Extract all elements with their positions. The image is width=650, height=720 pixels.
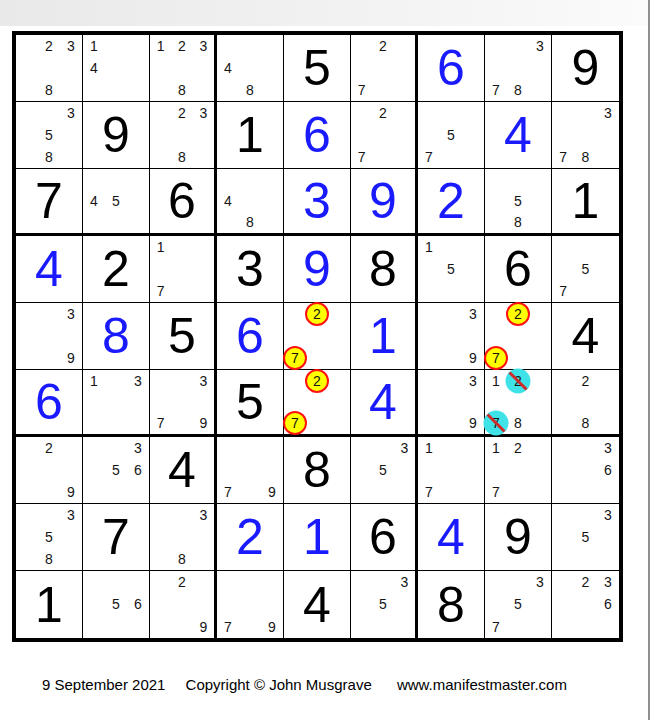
cell-r3c7[interactable]: 2	[418, 169, 485, 236]
cell-r5c7[interactable]: 39	[418, 303, 485, 370]
cell-r1c8[interactable]: 378	[485, 35, 552, 102]
candidate: 1	[418, 437, 440, 459]
cell-r9c4[interactable]: 79	[217, 571, 284, 638]
cell-r6c3[interactable]: 379	[150, 370, 217, 437]
candidate: 1	[418, 236, 440, 258]
candidate: 8	[574, 413, 596, 434]
candidate: 5	[38, 124, 60, 146]
cell-r8c4[interactable]: 2	[217, 504, 284, 571]
candidate-grid: 38	[150, 504, 214, 570]
cell-r9c7[interactable]: 8	[418, 571, 485, 638]
candidate: 3	[60, 303, 82, 325]
solved-digit: 9	[303, 244, 331, 294]
candidate: 1	[485, 437, 507, 459]
given-digit: 4	[303, 580, 331, 630]
solved-digit: 2	[236, 512, 264, 562]
candidate: 2	[38, 35, 60, 57]
cell-r1c2[interactable]: 14	[83, 35, 150, 102]
candidate: 3	[193, 102, 214, 124]
cell-r3c8[interactable]: 58	[485, 169, 552, 236]
candidate: 9	[193, 413, 214, 434]
candidate: 9	[462, 347, 484, 369]
cell-r1c7[interactable]: 6	[418, 35, 485, 102]
cell-r9c2[interactable]: 56	[83, 571, 150, 638]
candidate: 5	[105, 593, 127, 615]
candidate: 4	[83, 190, 105, 211]
given-digit: 7	[35, 176, 63, 226]
cell-r7c6[interactable]: 35	[351, 437, 418, 504]
cell-r9c3[interactable]: 29	[150, 571, 217, 638]
given-digit: 9	[572, 43, 600, 93]
cell-r8c8[interactable]: 9	[485, 504, 552, 571]
highlighted-candidate: 7	[485, 347, 507, 369]
candidate: 3	[193, 35, 214, 57]
given-digit: 1	[236, 110, 264, 160]
candidate: 7	[150, 413, 171, 434]
candidate: 3	[193, 370, 214, 391]
cell-r8c1[interactable]: 358	[16, 504, 83, 571]
candidate-grid: 29	[16, 437, 82, 503]
candidate: 7	[217, 616, 239, 638]
candidate: 5	[372, 459, 393, 481]
candidate: 8	[171, 146, 192, 168]
highlighted-candidate: 2	[306, 370, 328, 391]
footer-date: 9 September 2021	[42, 676, 165, 693]
cell-r5c8[interactable]: 27	[485, 303, 552, 370]
solved-digit: 2	[437, 176, 465, 226]
candidate: 9	[462, 413, 484, 434]
solved-digit: 4	[35, 244, 63, 294]
cell-r1c3[interactable]: 1238	[150, 35, 217, 102]
candidate: 9	[261, 616, 283, 638]
candidate-grid: 35	[351, 437, 415, 503]
candidate-grid: 36	[552, 437, 619, 503]
candidate: 1	[83, 35, 105, 57]
cell-r6c7[interactable]: 39	[418, 370, 485, 437]
candidate-grid: 28	[552, 370, 619, 434]
candidate: 6	[127, 593, 149, 615]
given-digit: 2	[102, 244, 130, 294]
candidate: 5	[574, 258, 596, 280]
candidate: 3	[462, 370, 484, 391]
cell-r7c3[interactable]: 4	[150, 437, 217, 504]
cell-r9c8[interactable]: 357	[485, 571, 552, 638]
given-digit: 8	[369, 244, 397, 294]
candidate-grid: 27	[284, 370, 350, 434]
candidate: 9	[193, 616, 214, 638]
cell-r4c4[interactable]: 3	[217, 236, 284, 303]
candidate: 6	[127, 459, 149, 481]
cell-r7c9[interactable]: 36	[552, 437, 619, 504]
candidate: 7	[217, 481, 239, 503]
candidate-grid: 27	[284, 303, 350, 369]
footer: 9 September 2021 Copyright © John Musgra…	[42, 676, 567, 693]
candidate-grid: 48	[217, 169, 283, 233]
solved-digit: 8	[102, 311, 130, 361]
candidate-grid: 17	[150, 236, 214, 302]
candidate-grid: 1278	[485, 370, 551, 434]
candidate: 3	[60, 102, 82, 124]
cell-r1c6[interactable]: 27	[351, 35, 418, 102]
candidate-grid: 35	[351, 571, 415, 638]
candidate: 7	[351, 79, 372, 101]
candidate-grid: 13	[83, 370, 149, 434]
candidate: 5	[507, 190, 529, 211]
candidate: 2	[38, 437, 60, 459]
candidate-grid: 17	[418, 437, 484, 503]
cell-r8c5[interactable]: 1	[284, 504, 351, 571]
cell-r9c9[interactable]: 236	[552, 571, 619, 638]
candidate: 8	[507, 79, 529, 101]
candidate: 8	[507, 413, 529, 434]
cell-r3c4[interactable]: 48	[217, 169, 284, 236]
cell-r1c9[interactable]: 9	[552, 35, 619, 102]
candidate: 3	[529, 35, 551, 57]
cell-r1c5[interactable]: 5	[284, 35, 351, 102]
candidate: 2	[574, 571, 596, 593]
solved-digit: 6	[437, 43, 465, 93]
given-digit: 6	[369, 512, 397, 562]
candidate: 7	[150, 280, 171, 302]
candidate: 2	[574, 370, 596, 391]
candidate-grid: 35	[552, 504, 619, 570]
candidate: 6	[597, 593, 619, 615]
candidate: 3	[394, 437, 415, 459]
solved-digit: 4	[437, 512, 465, 562]
candidate: 5	[574, 526, 596, 548]
candidate-grid: 357	[485, 571, 551, 638]
cell-r4c2[interactable]: 2	[83, 236, 150, 303]
candidate: 2	[171, 35, 192, 57]
solved-digit: 6	[236, 311, 264, 361]
cell-r5c4[interactable]: 6	[217, 303, 284, 370]
cell-r2c5[interactable]: 6	[284, 102, 351, 169]
candidate: 2	[372, 35, 393, 57]
candidate: 2	[507, 437, 529, 459]
given-digit: 1	[572, 176, 600, 226]
cell-r3c1[interactable]: 7	[16, 169, 83, 236]
window-top-bar	[0, 0, 650, 26]
candidate-grid: 379	[150, 370, 214, 434]
given-digit: 6	[504, 244, 532, 294]
cell-r3c2[interactable]: 45	[83, 169, 150, 236]
solved-digit: 1	[303, 512, 331, 562]
cell-r2c3[interactable]: 238	[150, 102, 217, 169]
candidate: 6	[597, 459, 619, 481]
cell-r5c3[interactable]: 5	[150, 303, 217, 370]
candidate: 9	[60, 481, 82, 503]
cell-r7c8[interactable]: 127	[485, 437, 552, 504]
cell-r4c7[interactable]: 15	[418, 236, 485, 303]
candidate: 8	[38, 548, 60, 570]
candidate: 8	[38, 79, 60, 101]
candidate: 9	[60, 347, 82, 369]
given-digit: 5	[168, 311, 196, 361]
candidate: 7	[418, 481, 440, 503]
cell-r6c2[interactable]: 13	[83, 370, 150, 437]
candidate: 1	[83, 370, 105, 391]
candidate: 7	[485, 616, 507, 638]
solved-digit: 6	[35, 377, 63, 427]
cell-r7c5[interactable]: 8	[284, 437, 351, 504]
cell-r7c4[interactable]: 79	[217, 437, 284, 504]
candidate: 2	[171, 102, 192, 124]
given-digit: 8	[437, 580, 465, 630]
cell-r8c6[interactable]: 6	[351, 504, 418, 571]
solved-digit: 1	[369, 311, 397, 361]
candidate-grid: 238	[16, 35, 82, 101]
candidate-grid: 127	[485, 437, 551, 503]
given-digit: 5	[303, 43, 331, 93]
solved-digit: 3	[303, 176, 331, 226]
cell-r6c4[interactable]: 5	[217, 370, 284, 437]
highlighted-candidate: 7	[284, 413, 306, 434]
candidate: 5	[372, 593, 393, 615]
cell-r4c1[interactable]: 4	[16, 236, 83, 303]
cell-r5c6[interactable]: 1	[351, 303, 418, 370]
cell-r3c5[interactable]: 3	[284, 169, 351, 236]
cell-r2c9[interactable]: 378	[552, 102, 619, 169]
highlighted-candidate: 2	[306, 303, 328, 325]
candidate-grid: 14	[83, 35, 149, 101]
given-digit: 4	[168, 445, 196, 495]
candidate: 3	[462, 303, 484, 325]
candidate: 1	[150, 35, 171, 57]
candidate: 8	[38, 146, 60, 168]
candidate: 8	[574, 146, 596, 168]
candidate: 3	[60, 35, 82, 57]
candidate-grid: 79	[217, 571, 283, 638]
cell-r9c5[interactable]: 4	[284, 571, 351, 638]
candidate: 9	[261, 481, 283, 503]
given-digit: 1	[35, 580, 63, 630]
candidate: 2	[171, 571, 192, 593]
given-digit: 5	[236, 377, 264, 427]
candidate: 7	[351, 146, 372, 168]
candidate-grid: 356	[83, 437, 149, 503]
candidate: 5	[440, 124, 462, 146]
candidate: 3	[394, 571, 415, 593]
candidate-grid: 57	[552, 236, 619, 302]
cell-r8c7[interactable]: 4	[418, 504, 485, 571]
candidate: 1	[150, 236, 171, 258]
candidate-grid: 236	[552, 571, 619, 638]
candidate: 4	[83, 57, 105, 79]
given-digit: 6	[168, 176, 196, 226]
cell-r9c1[interactable]: 1	[16, 571, 83, 638]
cell-r2c4[interactable]: 1	[217, 102, 284, 169]
eliminated-candidate: 2	[507, 370, 529, 391]
given-digit: 3	[236, 244, 264, 294]
cell-r2c8[interactable]: 4	[485, 102, 552, 169]
cell-r7c1[interactable]: 29	[16, 437, 83, 504]
candidate: 4	[217, 57, 239, 79]
candidate-grid: 39	[418, 303, 484, 369]
cell-r4c3[interactable]: 17	[150, 236, 217, 303]
candidate-grid: 15	[418, 236, 484, 302]
cell-r4c6[interactable]: 8	[351, 236, 418, 303]
candidate: 3	[60, 504, 82, 526]
candidate-grid: 58	[485, 169, 551, 233]
cell-r2c2[interactable]: 9	[83, 102, 150, 169]
given-digit: 4	[572, 311, 600, 361]
candidate: 3	[597, 571, 619, 593]
candidate: 5	[440, 258, 462, 280]
cell-r1c1[interactable]: 238	[16, 35, 83, 102]
cell-r6c6[interactable]: 4	[351, 370, 418, 437]
solved-digit: 4	[504, 110, 532, 160]
cell-r8c9[interactable]: 35	[552, 504, 619, 571]
candidate: 5	[38, 526, 60, 548]
candidate: 3	[529, 571, 551, 593]
given-digit: 7	[102, 512, 130, 562]
given-digit: 9	[504, 512, 532, 562]
solved-digit: 4	[369, 377, 397, 427]
candidate: 3	[597, 504, 619, 526]
cell-r4c5[interactable]: 9	[284, 236, 351, 303]
candidate: 7	[552, 146, 574, 168]
candidate: 4	[217, 190, 239, 211]
candidate-grid: 29	[150, 571, 214, 638]
cell-r6c1[interactable]: 6	[16, 370, 83, 437]
candidate-grid: 27	[351, 35, 415, 101]
candidate: 7	[418, 146, 440, 168]
candidate-grid: 358	[16, 504, 82, 570]
solved-digit: 6	[303, 110, 331, 160]
cell-r5c5[interactable]: 27	[284, 303, 351, 370]
candidate: 7	[552, 280, 574, 302]
candidate-grid: 27	[351, 102, 415, 168]
eliminated-candidate: 7	[485, 413, 507, 434]
candidate: 5	[105, 459, 127, 481]
candidate: 2	[372, 102, 393, 124]
candidate-grid: 45	[83, 169, 149, 233]
footer-copyright: Copyright © John Musgrave	[186, 676, 372, 693]
candidate-grid: 238	[150, 102, 214, 168]
candidate: 3	[597, 102, 619, 124]
cell-r6c8[interactable]: 1278	[485, 370, 552, 437]
candidate: 8	[171, 548, 192, 570]
candidate-grid: 48	[217, 35, 283, 101]
candidate: 3	[193, 504, 214, 526]
candidate-grid: 27	[485, 303, 551, 369]
cell-r2c6[interactable]: 27	[351, 102, 418, 169]
candidate: 8	[239, 212, 261, 233]
candidate: 5	[507, 593, 529, 615]
candidate-grid: 378	[485, 35, 551, 101]
candidate-grid: 39	[16, 303, 82, 369]
candidate: 3	[127, 370, 149, 391]
cell-r8c3[interactable]: 38	[150, 504, 217, 571]
cell-r8c2[interactable]: 7	[83, 504, 150, 571]
cell-r2c7[interactable]: 57	[418, 102, 485, 169]
candidate-grid: 1238	[150, 35, 214, 101]
cell-r5c1[interactable]: 39	[16, 303, 83, 370]
candidate: 7	[485, 481, 507, 503]
given-digit: 8	[303, 445, 331, 495]
cell-r3c9[interactable]: 1	[552, 169, 619, 236]
cell-r9c6[interactable]: 35	[351, 571, 418, 638]
candidate: 8	[507, 212, 529, 233]
candidate: 1	[485, 370, 507, 391]
given-digit: 9	[102, 110, 130, 160]
candidate: 5	[105, 190, 127, 211]
cell-r7c7[interactable]: 17	[418, 437, 485, 504]
highlighted-candidate: 7	[284, 347, 306, 369]
candidate-grid: 358	[16, 102, 82, 168]
cell-r4c9[interactable]: 57	[552, 236, 619, 303]
candidate-grid: 39	[418, 370, 484, 434]
cell-r5c2[interactable]: 8	[83, 303, 150, 370]
cell-r7c2[interactable]: 356	[83, 437, 150, 504]
candidate-grid: 79	[217, 437, 283, 503]
cell-r3c3[interactable]: 6	[150, 169, 217, 236]
cell-r6c5[interactable]: 27	[284, 370, 351, 437]
candidate-grid: 378	[552, 102, 619, 168]
candidate-grid: 57	[418, 102, 484, 168]
cell-r2c1[interactable]: 358	[16, 102, 83, 169]
cell-r5c9[interactable]: 4	[552, 303, 619, 370]
solved-digit: 9	[369, 176, 397, 226]
cell-r4c8[interactable]: 6	[485, 236, 552, 303]
cell-r3c6[interactable]: 9	[351, 169, 418, 236]
cell-r6c9[interactable]: 28	[552, 370, 619, 437]
candidate: 7	[485, 79, 507, 101]
highlighted-candidate: 2	[507, 303, 529, 325]
candidate: 3	[127, 437, 149, 459]
footer-website: www.manifestmaster.com	[397, 676, 567, 693]
sudoku-board: 2381412384852763789358923816275743787456…	[12, 31, 623, 642]
candidate: 8	[171, 79, 192, 101]
candidate: 3	[597, 437, 619, 459]
candidate: 8	[239, 79, 261, 101]
candidate-grid: 56	[83, 571, 149, 638]
cell-r1c4[interactable]: 48	[217, 35, 284, 102]
